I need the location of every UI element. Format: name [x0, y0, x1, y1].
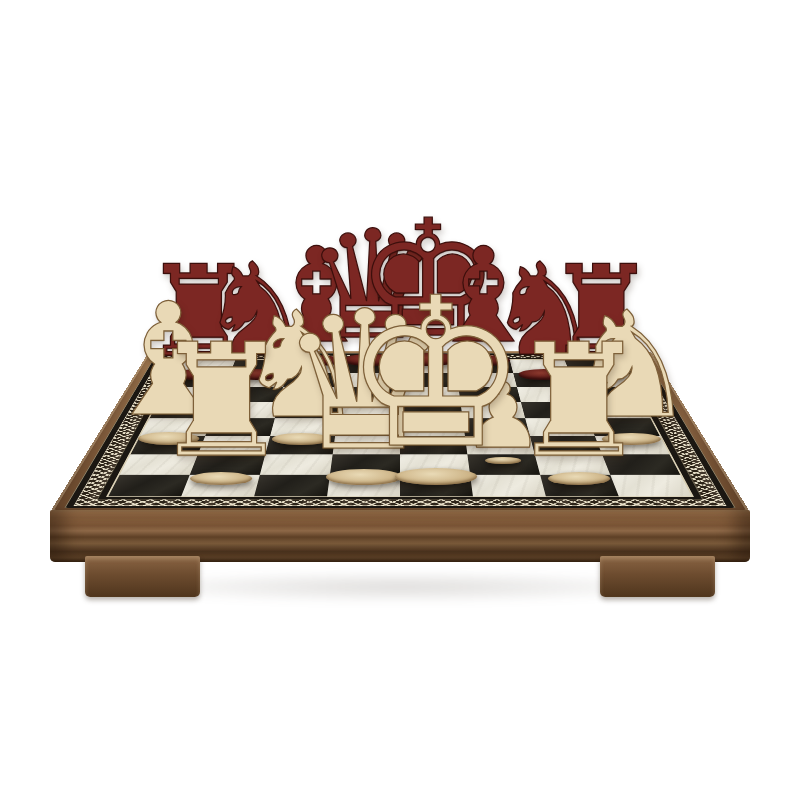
piece-cream-rook-b1[interactable]: ♜ [172, 361, 271, 485]
rook-glyph: ♜ [151, 323, 291, 479]
king-glyph: ♚ [343, 271, 528, 478]
rook-glyph: ♜ [509, 323, 649, 479]
pieces-layer: ♝♛♚♝♜♞♞♜♝♞♞♟♜♛♚♜ [0, 0, 800, 800]
product-photo-scene: ♝♛♚♝♜♞♞♜♝♞♞♟♜♛♚♜ [0, 0, 800, 800]
piece-cream-rook-g1[interactable]: ♜ [529, 361, 628, 485]
piece-cream-king-e1[interactable]: ♚ [370, 321, 501, 485]
